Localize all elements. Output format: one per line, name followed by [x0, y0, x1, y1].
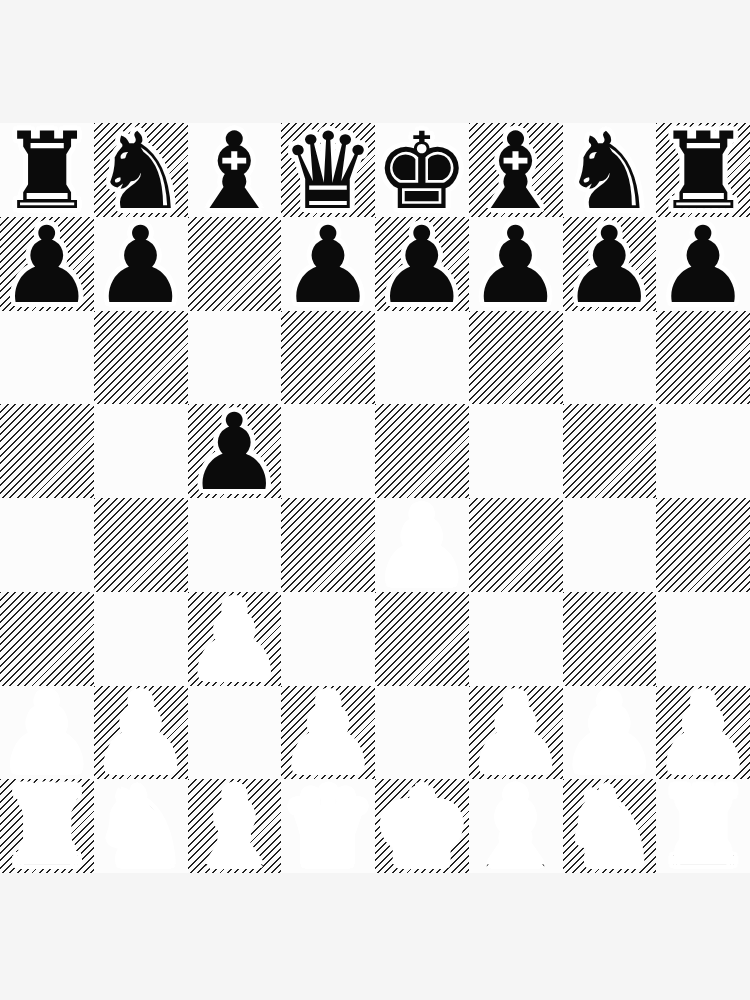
square-c5[interactable]: ♟ — [188, 404, 282, 498]
black-pawn-f7: ♟ — [468, 213, 563, 319]
square-d1[interactable]: ♛ — [281, 779, 375, 873]
square-f7[interactable]: ♟ — [469, 217, 563, 311]
square-a7[interactable]: ♟ — [0, 217, 94, 311]
black-pawn-h7: ♟ — [656, 213, 750, 319]
square-d4[interactable] — [281, 498, 375, 592]
square-b4[interactable] — [94, 498, 188, 592]
white-bishop-f1: ♝ — [468, 775, 563, 881]
black-pawn-g7: ♟ — [562, 213, 657, 319]
square-a1[interactable]: ♜ — [0, 779, 94, 873]
square-h5[interactable] — [656, 404, 750, 498]
square-g6[interactable] — [563, 311, 657, 405]
square-a5[interactable] — [0, 404, 94, 498]
square-e1[interactable]: ♚ — [375, 779, 469, 873]
white-rook-a1: ♜ — [0, 775, 94, 881]
black-pawn-e7: ♟ — [374, 213, 469, 319]
square-f4[interactable] — [469, 498, 563, 592]
square-g7[interactable]: ♟ — [563, 217, 657, 311]
square-g4[interactable] — [563, 498, 657, 592]
square-e3[interactable] — [375, 592, 469, 686]
square-f6[interactable] — [469, 311, 563, 405]
square-b6[interactable] — [94, 311, 188, 405]
square-f5[interactable] — [469, 404, 563, 498]
square-d5[interactable] — [281, 404, 375, 498]
page-background: ♜♞♝♛♚♝♞♜♟♟♟♟♟♟♟♟♟♟♟♟♟♟♟♟♜♞♝♛♚♝♞♜ — [0, 0, 750, 1000]
white-pawn-e4: ♟ — [374, 494, 469, 600]
white-king-e1: ♚ — [374, 775, 469, 881]
square-b7[interactable]: ♟ — [94, 217, 188, 311]
square-c1[interactable]: ♝ — [188, 779, 282, 873]
square-e4[interactable]: ♟ — [375, 498, 469, 592]
black-pawn-c5: ♟ — [187, 400, 282, 506]
square-f1[interactable]: ♝ — [469, 779, 563, 873]
white-pawn-c3: ♟ — [187, 588, 282, 694]
square-h4[interactable] — [656, 498, 750, 592]
square-g1[interactable]: ♞ — [563, 779, 657, 873]
square-h7[interactable]: ♟ — [656, 217, 750, 311]
square-b1[interactable]: ♞ — [94, 779, 188, 873]
white-knight-b1: ♞ — [93, 775, 188, 881]
square-h6[interactable] — [656, 311, 750, 405]
white-knight-g1: ♞ — [562, 775, 657, 881]
black-bishop-c8: ♝ — [187, 119, 282, 225]
square-g5[interactable] — [563, 404, 657, 498]
square-c8[interactable]: ♝ — [188, 123, 282, 217]
square-d7[interactable]: ♟ — [281, 217, 375, 311]
square-a6[interactable] — [0, 311, 94, 405]
black-pawn-b7: ♟ — [93, 213, 188, 319]
white-queen-d1: ♛ — [281, 775, 376, 881]
square-d6[interactable] — [281, 311, 375, 405]
square-a4[interactable] — [0, 498, 94, 592]
chessboard: ♜♞♝♛♚♝♞♜♟♟♟♟♟♟♟♟♟♟♟♟♟♟♟♟♜♞♝♛♚♝♞♜ — [0, 123, 750, 873]
square-h1[interactable]: ♜ — [656, 779, 750, 873]
black-pawn-a7: ♟ — [0, 213, 94, 319]
white-rook-h1: ♜ — [656, 775, 750, 881]
square-b5[interactable] — [94, 404, 188, 498]
square-e6[interactable] — [375, 311, 469, 405]
square-c7[interactable] — [188, 217, 282, 311]
white-bishop-c1: ♝ — [187, 775, 282, 881]
black-pawn-d7: ♟ — [281, 213, 376, 319]
square-e7[interactable]: ♟ — [375, 217, 469, 311]
square-c3[interactable]: ♟ — [188, 592, 282, 686]
